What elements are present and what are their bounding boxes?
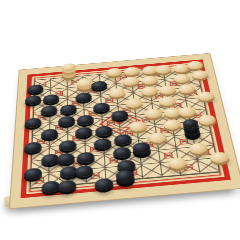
black-piece[interactable] bbox=[43, 94, 59, 104]
light-piece[interactable] bbox=[123, 66, 140, 76]
light-piece[interactable] bbox=[126, 98, 143, 109]
black-piece[interactable] bbox=[91, 81, 107, 91]
game-board bbox=[0, 0, 240, 240]
black-piece[interactable] bbox=[93, 102, 110, 113]
black-piece[interactable] bbox=[41, 105, 58, 116]
black-piece[interactable] bbox=[75, 127, 92, 138]
black-stack-3[interactable] bbox=[182, 119, 199, 129]
board-plane bbox=[9, 53, 240, 209]
black-piece[interactable] bbox=[76, 92, 93, 102]
light-piece[interactable] bbox=[140, 86, 157, 96]
black-piece[interactable] bbox=[60, 104, 77, 115]
black-piece[interactable] bbox=[77, 151, 95, 163]
light-piece[interactable] bbox=[159, 85, 177, 95]
light-piece[interactable] bbox=[163, 119, 182, 130]
black-piece[interactable] bbox=[112, 146, 131, 158]
light-piece[interactable] bbox=[148, 132, 167, 144]
black-piece[interactable] bbox=[94, 138, 112, 150]
photo-background bbox=[0, 0, 240, 240]
black-piece[interactable] bbox=[57, 153, 75, 165]
light-piece[interactable] bbox=[173, 74, 191, 84]
black-piece[interactable] bbox=[77, 115, 94, 126]
light-piece[interactable] bbox=[159, 96, 177, 107]
black-piece[interactable] bbox=[59, 140, 77, 152]
light-piece[interactable] bbox=[123, 76, 140, 86]
light-piece[interactable] bbox=[129, 121, 147, 132]
black-piece[interactable] bbox=[113, 134, 131, 146]
black-stack-2[interactable] bbox=[132, 142, 151, 154]
black-piece[interactable] bbox=[95, 125, 113, 136]
light-piece[interactable] bbox=[168, 157, 188, 170]
black-piece[interactable] bbox=[24, 117, 41, 128]
light-piece[interactable] bbox=[188, 142, 208, 154]
black-piece[interactable] bbox=[24, 95, 41, 105]
light-piece[interactable] bbox=[141, 75, 158, 85]
light-piece[interactable] bbox=[105, 67, 121, 77]
pieces-layer bbox=[30, 66, 221, 189]
black-piece[interactable] bbox=[27, 84, 43, 94]
black-piece[interactable] bbox=[111, 110, 129, 121]
black-piece[interactable] bbox=[58, 116, 75, 127]
light-piece[interactable] bbox=[108, 88, 125, 98]
light-piece[interactable] bbox=[155, 64, 172, 74]
black-piece[interactable] bbox=[24, 141, 42, 153]
light-piece[interactable] bbox=[178, 106, 197, 117]
black-piece[interactable] bbox=[75, 165, 93, 178]
black-piece[interactable] bbox=[41, 128, 58, 139]
light-piece[interactable] bbox=[178, 84, 196, 94]
light-piece[interactable] bbox=[144, 108, 162, 119]
